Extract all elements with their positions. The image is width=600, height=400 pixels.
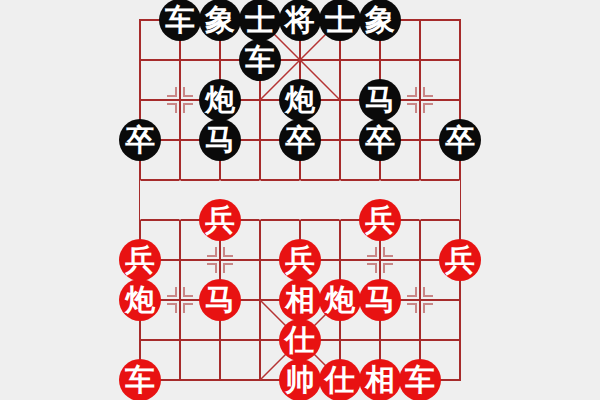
river-cell xyxy=(140,180,180,220)
piece-red-horse[interactable]: 马 xyxy=(359,279,401,321)
position-marker-icon xyxy=(367,247,393,273)
piece-red-advisor[interactable]: 仕 xyxy=(319,359,361,400)
board-cell xyxy=(420,20,460,60)
position-marker-icon xyxy=(407,287,433,313)
piece-black-horse[interactable]: 马 xyxy=(199,119,241,161)
board-cell xyxy=(180,340,220,380)
piece-red-cannon[interactable]: 炮 xyxy=(119,279,161,321)
xiangqi-board[interactable]: 车象士将士象车炮炮马卒马卒卒卒兵兵兵兵兵炮马相炮马仕车帅仕相车 xyxy=(139,19,461,381)
piece-red-elephant[interactable]: 相 xyxy=(279,279,321,321)
river-cell xyxy=(420,180,460,220)
piece-red-soldier[interactable]: 兵 xyxy=(439,239,481,281)
board-cell xyxy=(220,340,260,380)
piece-red-soldier[interactable]: 兵 xyxy=(199,199,241,241)
piece-black-chariot[interactable]: 车 xyxy=(159,0,201,41)
piece-red-advisor[interactable]: 仕 xyxy=(279,319,321,361)
piece-black-soldier[interactable]: 卒 xyxy=(119,119,161,161)
piece-black-chariot[interactable]: 车 xyxy=(239,39,281,81)
piece-black-soldier[interactable]: 卒 xyxy=(279,119,321,161)
piece-red-chariot[interactable]: 车 xyxy=(119,359,161,400)
piece-black-elephant[interactable]: 象 xyxy=(199,0,241,41)
piece-black-cannon[interactable]: 炮 xyxy=(199,79,241,121)
river-cell xyxy=(260,180,300,220)
piece-black-horse[interactable]: 马 xyxy=(359,79,401,121)
piece-red-chariot[interactable]: 车 xyxy=(399,359,441,400)
piece-black-advisor[interactable]: 士 xyxy=(319,0,361,41)
piece-black-soldier[interactable]: 卒 xyxy=(439,119,481,161)
piece-red-elephant[interactable]: 相 xyxy=(359,359,401,400)
xiangqi-app-background: 车象士将士象车炮炮马卒马卒卒卒兵兵兵兵兵炮马相炮马仕车帅仕相车 xyxy=(0,0,600,400)
piece-red-soldier[interactable]: 兵 xyxy=(279,239,321,281)
piece-red-soldier[interactable]: 兵 xyxy=(119,239,161,281)
piece-red-horse[interactable]: 马 xyxy=(199,279,241,321)
piece-red-general[interactable]: 帅 xyxy=(279,359,321,400)
piece-red-cannon[interactable]: 炮 xyxy=(319,279,361,321)
piece-black-advisor[interactable]: 士 xyxy=(239,0,281,41)
piece-black-elephant[interactable]: 象 xyxy=(359,0,401,41)
piece-black-cannon[interactable]: 炮 xyxy=(279,79,321,121)
position-marker-icon xyxy=(207,247,233,273)
position-marker-icon xyxy=(407,87,433,113)
river-cell xyxy=(300,180,340,220)
piece-black-soldier[interactable]: 卒 xyxy=(359,119,401,161)
position-marker-icon xyxy=(167,287,193,313)
piece-red-soldier[interactable]: 兵 xyxy=(359,199,401,241)
position-marker-icon xyxy=(167,87,193,113)
piece-black-general[interactable]: 将 xyxy=(279,0,321,41)
